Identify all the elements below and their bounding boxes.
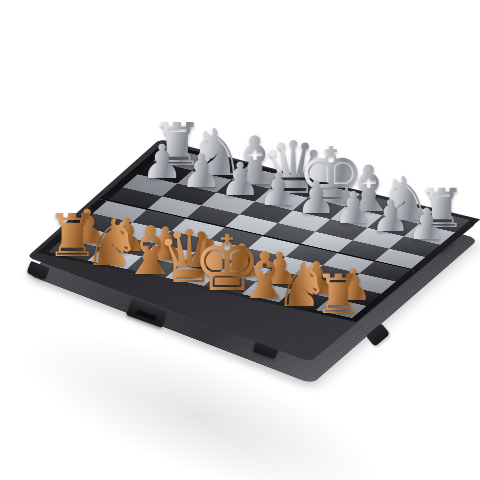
- chess-set-photo: ♜♞♝♛♚♝♞♜♟♟♟♟♟♟♟♟♟♟♟♟♟♟♟♟♜♞♝♛♚♝♞♜: [0, 0, 480, 480]
